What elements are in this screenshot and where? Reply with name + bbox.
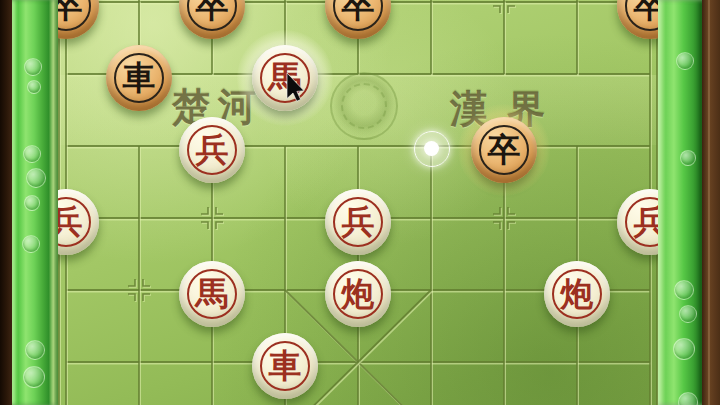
- point-marker: [128, 279, 135, 286]
- board-frame-left: [12, 0, 58, 405]
- piece-ring: 卒: [333, 0, 383, 31]
- piece-ring: 兵: [333, 197, 383, 247]
- frame-bubble: [22, 235, 40, 253]
- frame-bubble: [23, 366, 45, 388]
- frame-bubble: [26, 168, 46, 188]
- frame-bubble: [679, 305, 697, 323]
- frame-bubble: [678, 392, 698, 405]
- piece-glyph: 馬: [196, 277, 229, 310]
- piece-ring: 馬: [187, 269, 237, 319]
- center-medallion-watermark: [330, 72, 398, 140]
- piece-glyph: 卒: [342, 0, 375, 22]
- piece-black-chariot[interactable]: 車: [106, 45, 172, 111]
- frame-bubble: [27, 80, 41, 94]
- piece-ring: 兵: [187, 125, 237, 175]
- piece-red-chariot[interactable]: 車: [252, 333, 318, 399]
- table-wood-left: [0, 0, 12, 405]
- frame-bubble: [24, 58, 42, 76]
- frame-bubble: [674, 280, 694, 300]
- piece-glyph: 車: [269, 349, 302, 382]
- piece-glyph: 炮: [561, 277, 594, 310]
- piece-glyph: 炮: [342, 277, 375, 310]
- piece-glyph: 卒: [196, 0, 229, 22]
- piece-glyph: 兵: [196, 133, 229, 166]
- mouse-cursor-icon: [285, 72, 307, 106]
- piece-ring: 車: [260, 341, 310, 391]
- piece-ring: 車: [114, 53, 164, 103]
- board-frame-right: [658, 0, 702, 405]
- xiangqi-game-screen: 楚河 漢界 卒卒卒卒車馬兵卒兵兵兵馬炮炮車: [0, 0, 720, 405]
- piece-glyph: 卒: [488, 133, 521, 166]
- point-marker: [201, 207, 208, 214]
- piece-red-horse[interactable]: 馬: [179, 261, 245, 327]
- piece-ring: 卒: [479, 125, 529, 175]
- piece-glyph: 兵: [342, 205, 375, 238]
- piece-red-soldier[interactable]: 兵: [179, 117, 245, 183]
- piece-red-cannon[interactable]: 炮: [325, 261, 391, 327]
- piece-red-soldier[interactable]: 兵: [325, 189, 391, 255]
- piece-red-cannon[interactable]: 炮: [544, 261, 610, 327]
- piece-ring: 炮: [552, 269, 602, 319]
- piece-ring: 炮: [333, 269, 383, 319]
- frame-bubble: [676, 52, 694, 70]
- legal-move-indicator[interactable]: [424, 141, 439, 156]
- frame-bubble: [25, 340, 45, 360]
- point-marker: [493, 207, 500, 214]
- piece-black-soldier[interactable]: 卒: [471, 117, 537, 183]
- piece-ring: 卒: [187, 0, 237, 31]
- frame-bubble: [673, 338, 695, 360]
- piece-glyph: 車: [123, 61, 156, 94]
- table-wood-right: [702, 0, 720, 405]
- frame-bubble: [24, 195, 40, 211]
- frame-bubble: [23, 145, 41, 163]
- frame-bubble: [680, 150, 696, 166]
